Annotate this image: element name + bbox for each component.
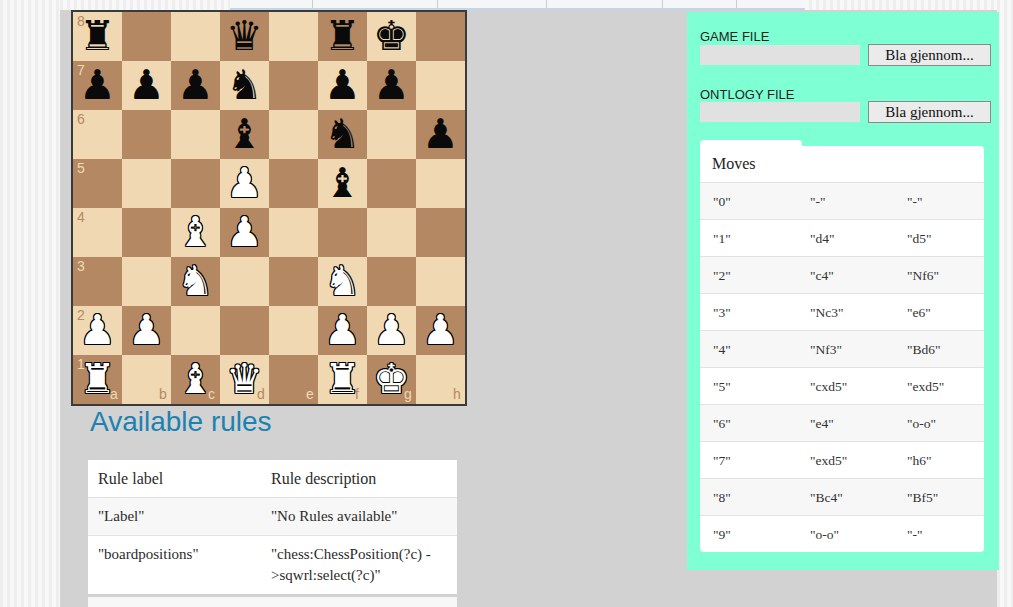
square-b8 xyxy=(122,12,171,61)
file-upload-panel: GAME FILE Bla gjennom... ONTLOGY FILE Bl… xyxy=(687,12,999,570)
move-cell: "0" xyxy=(700,183,797,220)
ontology-file-input[interactable] xyxy=(700,102,860,122)
square-c6 xyxy=(171,110,220,159)
move-cell: "3" xyxy=(700,294,797,331)
move-cell: "d4" xyxy=(797,220,894,257)
rule-cell: "chess:ChessPosition(?c) ->sqwrl:select(… xyxy=(261,536,457,595)
top-tab-strip xyxy=(230,0,805,10)
piece-bP-f7[interactable]: ♟ xyxy=(318,61,367,110)
square-f3: ♞ xyxy=(318,257,367,306)
square-c8 xyxy=(171,12,220,61)
move-row: "3""Nc3""e6" xyxy=(700,294,984,331)
piece-bB-f5[interactable]: ♝ xyxy=(318,159,367,208)
move-cell: "Nf3" xyxy=(797,331,894,368)
square-a1: ♜ xyxy=(73,355,122,404)
moves-table: "0""-""-""1""d4""d5""2""c4""Nf6""3""Nc3"… xyxy=(700,182,984,552)
square-b3 xyxy=(122,257,171,306)
square-d3 xyxy=(220,257,269,306)
square-a3 xyxy=(73,257,122,306)
move-cell: "6" xyxy=(700,405,797,442)
piece-bP-h6[interactable]: ♟ xyxy=(416,110,465,159)
move-cell: "Bc4" xyxy=(797,479,894,516)
rules-header-cell: Rule label xyxy=(88,460,261,498)
square-h5 xyxy=(416,159,465,208)
square-d2 xyxy=(220,306,269,355)
moves-title: Moves xyxy=(700,146,984,182)
square-e2 xyxy=(269,306,318,355)
move-cell: "h6" xyxy=(894,442,984,479)
piece-bB-d6[interactable]: ♝ xyxy=(220,110,269,159)
rules-header-cell: Rule description xyxy=(261,460,457,498)
square-a8: ♜ xyxy=(73,12,122,61)
page-texture-right xyxy=(997,0,1013,607)
piece-wP-f2[interactable]: ♟ xyxy=(318,306,367,355)
rule-cell: "No Rules available" xyxy=(261,498,457,536)
move-cell: "o-o" xyxy=(797,516,894,553)
rules-table-card: Rule labelRule description "Label""No Ru… xyxy=(88,460,457,594)
piece-wP-a2[interactable]: ♟ xyxy=(73,306,122,355)
piece-wP-d5[interactable]: ♟ xyxy=(220,159,269,208)
piece-bK-g8[interactable]: ♚ xyxy=(367,12,416,61)
square-a2: ♟ xyxy=(73,306,122,355)
ontology-file-browse-button[interactable]: Bla gjennom... xyxy=(868,101,991,123)
square-d5: ♟ xyxy=(220,159,269,208)
move-row: "7""exd5""h6" xyxy=(700,442,984,479)
piece-bN-d7[interactable]: ♞ xyxy=(220,61,269,110)
square-g5 xyxy=(367,159,416,208)
rule-cell: "Label" xyxy=(88,498,261,536)
piece-bQ-d8[interactable]: ♛ xyxy=(220,12,269,61)
piece-wR-f1[interactable]: ♜ xyxy=(318,355,367,404)
move-cell: "e4" xyxy=(797,405,894,442)
square-e5 xyxy=(269,159,318,208)
square-f4 xyxy=(318,208,367,257)
square-e4 xyxy=(269,208,318,257)
moves-card: Moves "0""-""-""1""d4""d5""2""c4""Nf6""3… xyxy=(700,146,984,552)
square-f5: ♝ xyxy=(318,159,367,208)
ontology-file-label: ONTLOGY FILE xyxy=(700,87,794,102)
move-cell: "Bd6" xyxy=(894,331,984,368)
square-e3 xyxy=(269,257,318,306)
square-g2: ♟ xyxy=(367,306,416,355)
square-c7: ♟ xyxy=(171,61,220,110)
move-cell: "-" xyxy=(894,516,984,553)
piece-bP-g7[interactable]: ♟ xyxy=(367,61,416,110)
square-e7 xyxy=(269,61,318,110)
piece-wP-d4[interactable]: ♟ xyxy=(220,208,269,257)
piece-bP-a7[interactable]: ♟ xyxy=(73,61,122,110)
move-cell: "Nc3" xyxy=(797,294,894,331)
piece-wP-g2[interactable]: ♟ xyxy=(367,306,416,355)
square-h1 xyxy=(416,355,465,404)
move-cell: "e6" xyxy=(894,294,984,331)
moves-table-body: "0""-""-""1""d4""d5""2""c4""Nf6""3""Nc3"… xyxy=(700,183,984,553)
square-c4: ♝ xyxy=(171,208,220,257)
piece-wP-h2[interactable]: ♟ xyxy=(416,306,465,355)
square-d7: ♞ xyxy=(220,61,269,110)
rule-cell: "boardpositions" xyxy=(88,536,261,595)
square-d6: ♝ xyxy=(220,110,269,159)
square-e6 xyxy=(269,110,318,159)
move-cell: "2" xyxy=(700,257,797,294)
move-cell: "d5" xyxy=(894,220,984,257)
top-tab[interactable] xyxy=(438,0,547,8)
square-a6 xyxy=(73,110,122,159)
square-h4 xyxy=(416,208,465,257)
square-b6 xyxy=(122,110,171,159)
square-g8: ♚ xyxy=(367,12,416,61)
move-row: "4""Nf3""Bd6" xyxy=(700,331,984,368)
piece-wR-a1[interactable]: ♜ xyxy=(73,355,122,404)
piece-wK-g1[interactable]: ♚ xyxy=(367,355,416,404)
move-cell: "cxd5" xyxy=(797,368,894,405)
move-row: "2""c4""Nf6" xyxy=(700,257,984,294)
square-a5 xyxy=(73,159,122,208)
move-cell: "1" xyxy=(700,220,797,257)
game-file-input[interactable] xyxy=(700,45,860,65)
square-g4 xyxy=(367,208,416,257)
move-cell: "exd5" xyxy=(894,368,984,405)
move-cell: "5" xyxy=(700,368,797,405)
game-file-browse-button[interactable]: Bla gjennom... xyxy=(868,44,991,66)
piece-wB-c4[interactable]: ♝ xyxy=(171,208,220,257)
piece-bP-c7[interactable]: ♟ xyxy=(171,61,220,110)
piece-wN-c3[interactable]: ♞ xyxy=(171,257,220,306)
square-g6 xyxy=(367,110,416,159)
square-g3 xyxy=(367,257,416,306)
chess-board: ♜♛♜♚♟♟♟♞♟♟♝♞♟♟♝♝♟♞♞♟♟♟♟♟♜♝♛♜♚ 87654321ab… xyxy=(71,10,467,406)
move-cell: "9" xyxy=(700,516,797,553)
square-c5 xyxy=(171,159,220,208)
move-cell: "Bf5" xyxy=(894,479,984,516)
page: ♜♛♜♚♟♟♟♞♟♟♝♞♟♟♝♝♟♞♞♟♟♟♟♟♜♝♛♜♚ 87654321ab… xyxy=(0,0,1013,607)
game-file-label: GAME FILE xyxy=(700,29,769,44)
square-h3 xyxy=(416,257,465,306)
move-cell: "Nf6" xyxy=(894,257,984,294)
next-panel-sliver xyxy=(88,597,457,607)
square-b7: ♟ xyxy=(122,61,171,110)
piece-bP-b7[interactable]: ♟ xyxy=(122,61,171,110)
move-row: "5""cxd5""exd5" xyxy=(700,368,984,405)
piece-wB-c1[interactable]: ♝ xyxy=(171,355,220,404)
square-f2: ♟ xyxy=(318,306,367,355)
move-cell: "exd5" xyxy=(797,442,894,479)
move-row: "8""Bc4""Bf5" xyxy=(700,479,984,516)
square-h8 xyxy=(416,12,465,61)
move-cell: "4" xyxy=(700,331,797,368)
square-a7: ♟ xyxy=(73,61,122,110)
square-c3: ♞ xyxy=(171,257,220,306)
top-tab[interactable] xyxy=(313,0,438,8)
rules-table: Rule labelRule description "Label""No Ru… xyxy=(88,460,457,594)
square-f6: ♞ xyxy=(318,110,367,159)
move-cell: "c4" xyxy=(797,257,894,294)
square-f8: ♜ xyxy=(318,12,367,61)
piece-bR-a8[interactable]: ♜ xyxy=(73,12,122,61)
square-g1: ♚ xyxy=(367,355,416,404)
square-f1: ♜ xyxy=(318,355,367,404)
top-tab[interactable] xyxy=(663,0,737,8)
rules-header-row: Rule labelRule description xyxy=(88,460,457,498)
square-b2: ♟ xyxy=(122,306,171,355)
piece-wN-f3[interactable]: ♞ xyxy=(318,257,367,306)
move-row: "9""o-o""-" xyxy=(700,516,984,553)
square-g7: ♟ xyxy=(367,61,416,110)
page-texture-left xyxy=(0,0,60,607)
top-tab[interactable] xyxy=(547,0,663,8)
square-e1 xyxy=(269,355,318,404)
rules-heading: Available rules xyxy=(90,406,272,438)
piece-wQ-d1[interactable]: ♛ xyxy=(220,355,269,404)
move-row: "0""-""-" xyxy=(700,183,984,220)
piece-wP-b2[interactable]: ♟ xyxy=(122,306,171,355)
move-cell: "7" xyxy=(700,442,797,479)
board-squares: ♜♛♜♚♟♟♟♞♟♟♝♞♟♟♝♝♟♞♞♟♟♟♟♟♜♝♛♜♚ xyxy=(73,12,465,404)
square-h6: ♟ xyxy=(416,110,465,159)
square-f7: ♟ xyxy=(318,61,367,110)
square-d8: ♛ xyxy=(220,12,269,61)
move-cell: "-" xyxy=(894,183,984,220)
move-row: "6""e4""o-o" xyxy=(700,405,984,442)
square-h7 xyxy=(416,61,465,110)
top-tab[interactable] xyxy=(230,0,313,8)
move-cell: "8" xyxy=(700,479,797,516)
square-a4 xyxy=(73,208,122,257)
move-row: "1""d4""d5" xyxy=(700,220,984,257)
square-b1 xyxy=(122,355,171,404)
square-d4: ♟ xyxy=(220,208,269,257)
square-b4 xyxy=(122,208,171,257)
move-cell: "-" xyxy=(797,183,894,220)
square-e8 xyxy=(269,12,318,61)
piece-bR-f8[interactable]: ♜ xyxy=(318,12,367,61)
square-b5 xyxy=(122,159,171,208)
square-h2: ♟ xyxy=(416,306,465,355)
square-c2 xyxy=(171,306,220,355)
piece-bN-f6[interactable]: ♞ xyxy=(318,110,367,159)
rules-table-body: "Label""No Rules available""boardpositio… xyxy=(88,498,457,595)
top-tab[interactable] xyxy=(737,0,803,8)
square-d1: ♛ xyxy=(220,355,269,404)
square-c1: ♝ xyxy=(171,355,220,404)
rule-row: "Label""No Rules available" xyxy=(88,498,457,536)
move-cell: "o-o" xyxy=(894,405,984,442)
rule-row: "boardpositions""chess:ChessPosition(?c)… xyxy=(88,536,457,595)
